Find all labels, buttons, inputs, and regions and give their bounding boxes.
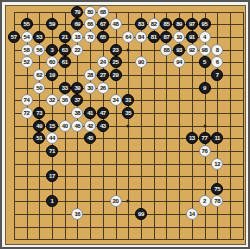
stone-white-74[interactable]: 74 bbox=[21, 94, 33, 106]
stone-black-37[interactable]: 37 bbox=[71, 94, 83, 106]
stone-black-17[interactable]: 17 bbox=[46, 170, 58, 182]
stone-white-62[interactable]: 62 bbox=[33, 69, 45, 81]
stone-white-50[interactable]: 50 bbox=[33, 82, 45, 94]
stone-white-78[interactable]: 78 bbox=[211, 195, 223, 207]
stone-white-90[interactable]: 90 bbox=[135, 56, 147, 68]
stone-white-84[interactable]: 84 bbox=[135, 31, 147, 43]
stone-black-33[interactable]: 33 bbox=[59, 82, 71, 94]
stone-black-15[interactable]: 15 bbox=[46, 120, 58, 132]
stone-black-39[interactable]: 39 bbox=[71, 82, 83, 94]
stone-black-91[interactable]: 91 bbox=[186, 31, 198, 43]
stone-black-65[interactable]: 65 bbox=[97, 31, 109, 43]
stone-black-25[interactable]: 25 bbox=[110, 56, 122, 68]
hoshi-point bbox=[127, 48, 130, 51]
stone-black-13[interactable]: 13 bbox=[186, 132, 198, 144]
grid-line-horizontal bbox=[14, 164, 244, 165]
stone-white-16[interactable]: 16 bbox=[71, 208, 83, 220]
stone-white-88[interactable]: 88 bbox=[160, 44, 172, 56]
stone-white-22[interactable]: 22 bbox=[71, 44, 83, 56]
stone-black-83[interactable]: 83 bbox=[135, 18, 147, 30]
stone-black-49[interactable]: 49 bbox=[33, 120, 45, 132]
go-board[interactable]: 1234567891011121314151617181920212223242… bbox=[5, 5, 246, 245]
stone-white-70[interactable]: 70 bbox=[84, 31, 96, 43]
stone-white-26[interactable]: 26 bbox=[97, 82, 109, 94]
stone-black-67[interactable]: 67 bbox=[97, 18, 109, 30]
stone-black-9[interactable]: 9 bbox=[199, 82, 211, 94]
stone-black-43[interactable]: 43 bbox=[97, 120, 109, 132]
stone-white-40[interactable]: 40 bbox=[59, 120, 71, 132]
stone-white-92[interactable]: 92 bbox=[186, 44, 198, 56]
stone-white-38[interactable]: 38 bbox=[71, 107, 83, 119]
stone-white-32[interactable]: 32 bbox=[46, 94, 58, 106]
stone-white-94[interactable]: 94 bbox=[173, 56, 185, 68]
stone-white-48[interactable]: 48 bbox=[110, 18, 122, 30]
stone-white-12[interactable]: 12 bbox=[211, 158, 223, 170]
stone-white-6[interactable]: 6 bbox=[211, 56, 223, 68]
stone-black-73[interactable]: 73 bbox=[33, 107, 45, 119]
stone-white-80[interactable]: 80 bbox=[84, 6, 96, 18]
stone-white-18[interactable]: 18 bbox=[71, 31, 83, 43]
grid-line-vertical bbox=[230, 12, 231, 241]
stone-white-44[interactable]: 44 bbox=[46, 132, 58, 144]
stone-black-11[interactable]: 11 bbox=[211, 132, 223, 144]
hoshi-point bbox=[127, 200, 130, 203]
stone-black-99[interactable]: 99 bbox=[135, 208, 147, 220]
stone-black-31[interactable]: 31 bbox=[122, 94, 134, 106]
stone-black-5[interactable]: 5 bbox=[199, 56, 211, 68]
stone-black-3[interactable]: 3 bbox=[46, 44, 58, 56]
stone-black-63[interactable]: 63 bbox=[59, 44, 71, 56]
stone-black-55[interactable]: 55 bbox=[21, 18, 33, 30]
stone-black-97[interactable]: 97 bbox=[186, 18, 198, 30]
stone-white-20[interactable]: 20 bbox=[110, 195, 122, 207]
stone-white-30[interactable]: 30 bbox=[84, 82, 96, 94]
stone-black-77[interactable]: 77 bbox=[199, 132, 211, 144]
stone-black-93[interactable]: 93 bbox=[173, 44, 185, 56]
stone-black-89[interactable]: 89 bbox=[173, 18, 185, 30]
stone-black-69[interactable]: 69 bbox=[71, 18, 83, 30]
stone-white-58[interactable]: 58 bbox=[21, 44, 33, 56]
stone-black-45[interactable]: 45 bbox=[84, 132, 96, 144]
grid-line-vertical bbox=[141, 12, 142, 241]
stone-white-34[interactable]: 34 bbox=[110, 94, 122, 106]
stone-white-64[interactable]: 64 bbox=[122, 31, 134, 43]
stone-white-24[interactable]: 24 bbox=[97, 56, 109, 68]
grid-line-horizontal bbox=[14, 239, 244, 240]
stone-black-59[interactable]: 59 bbox=[46, 18, 58, 30]
stone-white-4[interactable]: 4 bbox=[199, 31, 211, 43]
stone-black-51[interactable]: 51 bbox=[33, 132, 45, 144]
grid-line-horizontal bbox=[14, 214, 244, 215]
stone-white-28[interactable]: 28 bbox=[84, 69, 96, 81]
stone-black-41[interactable]: 41 bbox=[84, 107, 96, 119]
stone-black-71[interactable]: 71 bbox=[46, 145, 58, 157]
stone-white-2[interactable]: 2 bbox=[199, 195, 211, 207]
stone-black-1[interactable]: 1 bbox=[46, 195, 58, 207]
stone-black-53[interactable]: 53 bbox=[33, 31, 45, 43]
stone-black-85[interactable]: 85 bbox=[160, 18, 172, 30]
stone-white-8[interactable]: 8 bbox=[211, 44, 223, 56]
stone-white-14[interactable]: 14 bbox=[186, 208, 198, 220]
stone-white-54[interactable]: 54 bbox=[21, 31, 33, 43]
hoshi-point bbox=[203, 124, 206, 127]
stone-black-47[interactable]: 47 bbox=[97, 107, 109, 119]
stone-white-42[interactable]: 42 bbox=[84, 120, 96, 132]
stone-white-68[interactable]: 68 bbox=[97, 6, 109, 18]
stone-black-57[interactable]: 57 bbox=[8, 31, 20, 43]
stone-white-46[interactable]: 46 bbox=[71, 120, 83, 132]
stone-white-10[interactable]: 10 bbox=[173, 31, 185, 43]
stone-black-61[interactable]: 61 bbox=[59, 56, 71, 68]
stone-black-21[interactable]: 21 bbox=[59, 31, 71, 43]
stone-white-76[interactable]: 76 bbox=[199, 145, 211, 157]
stone-black-95[interactable]: 95 bbox=[199, 18, 211, 30]
stone-black-23[interactable]: 23 bbox=[110, 44, 122, 56]
stone-white-72[interactable]: 72 bbox=[21, 107, 33, 119]
grid-line-horizontal bbox=[14, 189, 244, 190]
stone-white-52[interactable]: 52 bbox=[21, 56, 33, 68]
stone-white-98[interactable]: 98 bbox=[199, 44, 211, 56]
stone-black-75[interactable]: 75 bbox=[211, 183, 223, 195]
stone-black-19[interactable]: 19 bbox=[46, 69, 58, 81]
stone-black-79[interactable]: 79 bbox=[71, 6, 83, 18]
hoshi-point bbox=[127, 124, 130, 127]
stone-white-56[interactable]: 56 bbox=[33, 44, 45, 56]
stone-black-81[interactable]: 81 bbox=[148, 31, 160, 43]
stone-white-82[interactable]: 82 bbox=[148, 18, 160, 30]
stone-black-27[interactable]: 27 bbox=[97, 69, 109, 81]
grid-line-horizontal bbox=[14, 227, 244, 228]
stone-black-35[interactable]: 35 bbox=[122, 107, 134, 119]
stone-white-66[interactable]: 66 bbox=[84, 18, 96, 30]
grid-line-vertical bbox=[243, 12, 244, 241]
stone-white-36[interactable]: 36 bbox=[59, 94, 71, 106]
stone-black-29[interactable]: 29 bbox=[110, 69, 122, 81]
grid-line-vertical bbox=[154, 12, 155, 241]
stone-white-60[interactable]: 60 bbox=[46, 56, 58, 68]
stone-black-87[interactable]: 87 bbox=[160, 31, 172, 43]
go-diagram-window: 1234567891011121314151617181920212223242… bbox=[0, 0, 250, 249]
stone-black-7[interactable]: 7 bbox=[211, 69, 223, 81]
